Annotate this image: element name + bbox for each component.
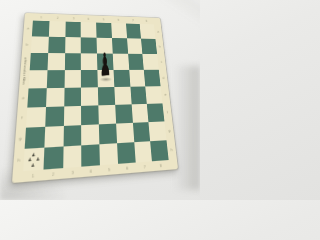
edge-label: h [167,141,176,158]
edge-label: 3 [66,15,79,21]
square-r6c8[interactable] [147,103,164,122]
square-r5c1[interactable] [27,88,46,107]
edge-label: a [154,25,161,37]
edge-label: 8 [153,161,168,170]
square-r6c2[interactable] [45,106,64,126]
edge-label: h [14,151,24,171]
square-r1c7[interactable] [126,24,142,39]
square-r3c1[interactable] [30,53,48,70]
square-r4c2[interactable] [47,70,65,88]
square-r8c1[interactable]: ♟♟♟♟ [23,148,44,171]
edge-label: 1 [24,171,42,182]
square-r7c3[interactable] [63,125,81,146]
square-r8c3[interactable] [63,145,82,168]
square-r4c8[interactable] [144,70,161,87]
square-r3c7[interactable] [128,54,144,70]
edge-label: d [159,71,167,85]
square-r4c3[interactable] [64,70,81,88]
square-r1c3[interactable] [65,22,81,38]
logo-pawn-icon: ♟ [31,162,35,167]
photo-scene: 12345678 12345678 abcdefgh abcdefgh whol… [0,0,200,200]
edge-label: 8 [140,18,152,24]
square-r4c7[interactable] [129,70,146,87]
square-r3c8[interactable] [143,54,159,70]
edge-label: 7 [137,162,152,172]
vinyl-chess-mat: 12345678 12345678 abcdefgh abcdefgh whol… [12,13,178,183]
square-r7c1[interactable] [25,127,45,149]
background-cloth-shadow-right [174,66,200,190]
square-r2c1[interactable] [31,36,49,53]
square-r3c3[interactable] [64,53,81,70]
edge-label: g [165,122,174,138]
square-r5c6[interactable] [114,87,131,105]
square-r3c4[interactable] [81,53,97,70]
black-pawn[interactable]: ♟ [99,49,111,81]
edge-label: 6 [119,163,134,173]
edge-label: 3 [64,168,80,178]
square-r2c4[interactable] [81,37,97,53]
square-r8c4[interactable] [81,144,99,166]
maker-logo: ♟♟♟♟ [27,151,40,167]
square-r8c5[interactable] [99,143,117,165]
square-r2c2[interactable] [48,37,65,53]
square-r7c2[interactable] [44,126,63,148]
square-r4c1[interactable] [29,70,48,88]
square-r8c6[interactable] [117,142,135,164]
square-r6c7[interactable] [131,104,148,123]
square-r5c4[interactable] [81,87,98,106]
square-r2c3[interactable] [65,37,81,53]
square-r5c7[interactable] [130,86,147,104]
edge-label: 7 [126,17,139,23]
edge-label: 5 [101,165,117,175]
edge-label: 2 [50,14,64,21]
edge-label: 6 [112,17,125,23]
edge-label: 2 [44,169,61,179]
square-r6c6[interactable] [115,104,132,123]
square-r5c5[interactable] [98,87,115,105]
edge-label: 4 [82,16,95,22]
square-r2c8[interactable] [141,39,157,54]
square-r3c6[interactable] [113,54,129,70]
square-r2c7[interactable] [127,38,143,54]
edge-label: c [158,55,166,68]
square-r7c4[interactable] [81,124,99,145]
square-r4c4[interactable] [81,70,98,88]
square-r1c1[interactable] [32,21,49,37]
board-grid: ♟♟♟♟♟ [23,21,168,172]
edge-label: e [19,90,28,106]
square-r6c5[interactable] [98,105,116,124]
square-r5c2[interactable] [46,88,64,107]
square-r5c3[interactable] [64,88,82,107]
edge-label: 5 [97,16,110,22]
square-r8c7[interactable] [134,141,152,162]
square-r7c7[interactable] [132,122,150,142]
edge-label: a [24,21,32,35]
square-r8c8[interactable] [150,140,168,161]
square-r5c8[interactable] [145,86,162,104]
square-r7c6[interactable] [116,123,134,143]
square-r4c6[interactable] [113,70,130,87]
square-r1c5[interactable] [96,23,112,38]
edge-label: f [17,109,26,126]
square-r1c6[interactable] [111,23,127,38]
square-r3c2[interactable] [47,53,64,70]
square-r2c6[interactable] [112,38,128,54]
square-r7c5[interactable] [99,124,117,145]
edge-label: e [161,87,169,102]
logo-pawn-icon: ♟ [31,152,35,157]
square-r6c4[interactable] [81,105,99,125]
square-r8c2[interactable] [43,147,63,170]
square-r1c2[interactable] [49,21,66,37]
square-r1c4[interactable] [81,22,97,38]
edge-label: b [23,37,31,51]
logo-pawn-icon: ♟ [36,156,40,161]
square-r1c8[interactable] [140,24,156,39]
edge-label: f [163,104,171,119]
edge-label: 1 [34,14,48,21]
square-r4c5[interactable]: ♟ [97,70,114,87]
edge-label: 4 [83,166,99,176]
square-r6c1[interactable] [26,107,46,128]
square-r6c3[interactable] [63,106,81,126]
edge-label: b [156,40,164,53]
square-r7c8[interactable] [149,121,167,141]
edge-label: g [15,129,25,147]
